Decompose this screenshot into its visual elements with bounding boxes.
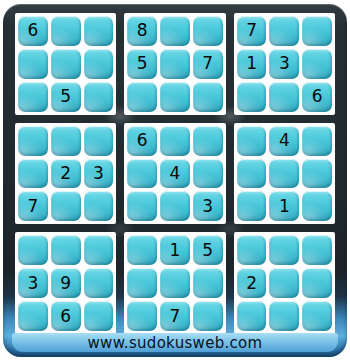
box-1-2: 857 [124,13,225,115]
cell-r4c8[interactable]: 4 [269,126,299,156]
cell-r8c5[interactable] [160,268,190,298]
sudoku-grid: 658577136237643413961572 [15,13,335,334]
cell-r9c1[interactable] [18,301,48,331]
cell-r6c5[interactable] [160,191,190,221]
cell-r6c1[interactable]: 7 [18,191,48,221]
cell-r9c9[interactable] [302,301,332,331]
cell-r5c6[interactable] [193,159,223,189]
cell-r1c2[interactable] [51,16,81,46]
cell-r1c7[interactable]: 7 [237,16,267,46]
cell-r7c4[interactable] [127,235,157,265]
board-frame: 658577136237643413961572 www.sudokusweb.… [3,4,347,357]
cell-r9c7[interactable] [237,301,267,331]
cell-r7c9[interactable] [302,235,332,265]
cell-r5c9[interactable] [302,159,332,189]
cell-r7c5[interactable]: 1 [160,235,190,265]
footer-bar: www.sudokusweb.com [12,333,338,352]
box-2-1: 237 [15,123,116,225]
cell-r9c3[interactable] [84,301,114,331]
cell-r5c1[interactable] [18,159,48,189]
cell-r6c9[interactable] [302,191,332,221]
cell-r3c2[interactable]: 5 [51,82,81,112]
cell-r7c1[interactable] [18,235,48,265]
cell-r1c3[interactable] [84,16,114,46]
cell-r3c1[interactable] [18,82,48,112]
cell-r6c3[interactable] [84,191,114,221]
cell-r7c2[interactable] [51,235,81,265]
cell-r4c3[interactable] [84,126,114,156]
cell-r7c7[interactable] [237,235,267,265]
box-3-3: 2 [234,232,335,334]
cell-r6c8[interactable]: 1 [269,191,299,221]
cell-r1c4[interactable]: 8 [127,16,157,46]
cell-r3c4[interactable] [127,82,157,112]
cell-r3c9[interactable]: 6 [302,82,332,112]
cell-r5c4[interactable] [127,159,157,189]
cell-r6c7[interactable] [237,191,267,221]
cell-r5c7[interactable] [237,159,267,189]
cell-r5c2[interactable]: 2 [51,159,81,189]
cell-r8c3[interactable] [84,268,114,298]
cell-r1c8[interactable] [269,16,299,46]
cell-r8c4[interactable] [127,268,157,298]
cell-r3c6[interactable] [193,82,223,112]
cell-r4c9[interactable] [302,126,332,156]
cell-r5c5[interactable]: 4 [160,159,190,189]
cell-r5c8[interactable] [269,159,299,189]
cell-r3c8[interactable] [269,82,299,112]
cell-r2c5[interactable] [160,49,190,79]
cell-r2c4[interactable]: 5 [127,49,157,79]
cell-r7c8[interactable] [269,235,299,265]
cell-r4c2[interactable] [51,126,81,156]
cell-r2c6[interactable]: 7 [193,49,223,79]
cell-r2c9[interactable] [302,49,332,79]
cell-r1c5[interactable] [160,16,190,46]
box-3-2: 157 [124,232,225,334]
cell-r3c5[interactable] [160,82,190,112]
site-url-link[interactable]: www.sudokusweb.com [88,334,263,352]
sudoku-board-image: 658577136237643413961572 www.sudokusweb.… [0,0,350,360]
cell-r9c4[interactable] [127,301,157,331]
cell-r9c8[interactable] [269,301,299,331]
cell-r9c5[interactable]: 7 [160,301,190,331]
box-2-3: 41 [234,123,335,225]
cell-r8c7[interactable]: 2 [237,268,267,298]
box-3-1: 396 [15,232,116,334]
cell-r4c4[interactable]: 6 [127,126,157,156]
cell-r3c7[interactable] [237,82,267,112]
cell-r2c3[interactable] [84,49,114,79]
cell-r8c2[interactable]: 9 [51,268,81,298]
cell-r8c1[interactable]: 3 [18,268,48,298]
cell-r5c3[interactable]: 3 [84,159,114,189]
cell-r8c8[interactable] [269,268,299,298]
box-1-3: 7136 [234,13,335,115]
cell-r6c6[interactable]: 3 [193,191,223,221]
box-2-2: 643 [124,123,225,225]
cell-r6c4[interactable] [127,191,157,221]
cell-r4c5[interactable] [160,126,190,156]
cell-r6c2[interactable] [51,191,81,221]
box-1-1: 65 [15,13,116,115]
cell-r9c6[interactable] [193,301,223,331]
cell-r8c9[interactable] [302,268,332,298]
cell-r7c6[interactable]: 5 [193,235,223,265]
cell-r4c7[interactable] [237,126,267,156]
cell-r9c2[interactable]: 6 [51,301,81,331]
cell-r1c9[interactable] [302,16,332,46]
cell-r4c1[interactable] [18,126,48,156]
cell-r7c3[interactable] [84,235,114,265]
cell-r4c6[interactable] [193,126,223,156]
cell-r2c2[interactable] [51,49,81,79]
cell-r8c6[interactable] [193,268,223,298]
cell-r2c8[interactable]: 3 [269,49,299,79]
cell-r2c7[interactable]: 1 [237,49,267,79]
cell-r1c6[interactable] [193,16,223,46]
cell-r3c3[interactable] [84,82,114,112]
cell-r1c1[interactable]: 6 [18,16,48,46]
cell-r2c1[interactable] [18,49,48,79]
